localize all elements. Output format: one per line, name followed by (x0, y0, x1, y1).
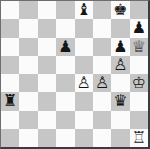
square-a1[interactable] (1, 129, 19, 147)
square-e6[interactable] (75, 38, 93, 56)
square-c4[interactable] (38, 74, 56, 92)
square-a5[interactable] (1, 56, 19, 74)
square-f4[interactable]: ♙ (93, 74, 111, 92)
black-pawn-piece: ♟ (113, 38, 127, 54)
square-g4[interactable] (111, 74, 129, 92)
square-e3[interactable] (75, 92, 93, 110)
white-pawn-piece: ♙ (113, 56, 127, 72)
square-b1[interactable] (19, 129, 37, 147)
square-c1[interactable] (38, 129, 56, 147)
black-pawn-piece: ♟ (58, 38, 72, 54)
black-pawn-piece: ♟ (132, 20, 146, 36)
square-f5[interactable] (93, 56, 111, 74)
square-b4[interactable] (19, 74, 37, 92)
square-g7[interactable] (111, 19, 129, 37)
square-d5[interactable] (56, 56, 74, 74)
square-b2[interactable] (19, 111, 37, 129)
square-d2[interactable] (56, 111, 74, 129)
square-e8[interactable]: ♝ (75, 1, 93, 19)
white-king-piece: ♔ (132, 75, 146, 91)
square-b6[interactable] (19, 38, 37, 56)
square-b7[interactable] (19, 19, 37, 37)
square-g5[interactable]: ♙ (111, 56, 129, 74)
white-rook-piece: ♖ (132, 129, 146, 145)
square-e7[interactable] (75, 19, 93, 37)
square-d6[interactable]: ♟ (56, 38, 74, 56)
chess-diagram: ♝♚♟♟♟♕♙♙♙♔♜♛♖ (0, 0, 150, 149)
square-f2[interactable] (93, 111, 111, 129)
square-g3[interactable]: ♛ (111, 92, 129, 110)
square-h7[interactable]: ♟ (130, 19, 148, 37)
square-f3[interactable] (93, 92, 111, 110)
square-f8[interactable] (93, 1, 111, 19)
white-queen-piece: ♕ (132, 38, 146, 54)
square-a2[interactable] (1, 111, 19, 129)
square-h4[interactable]: ♔ (130, 74, 148, 92)
square-c3[interactable] (38, 92, 56, 110)
square-h2[interactable] (130, 111, 148, 129)
square-f6[interactable] (93, 38, 111, 56)
square-h5[interactable] (130, 56, 148, 74)
square-d8[interactable] (56, 1, 74, 19)
square-g6[interactable]: ♟ (111, 38, 129, 56)
square-e2[interactable] (75, 111, 93, 129)
chess-board: ♝♚♟♟♟♕♙♙♙♔♜♛♖ (0, 0, 150, 149)
square-h3[interactable] (130, 92, 148, 110)
square-b5[interactable] (19, 56, 37, 74)
square-f1[interactable] (93, 129, 111, 147)
square-a6[interactable] (1, 38, 19, 56)
square-b3[interactable] (19, 92, 37, 110)
square-d1[interactable] (56, 129, 74, 147)
square-f7[interactable] (93, 19, 111, 37)
black-queen-piece: ♛ (113, 93, 127, 109)
square-c5[interactable] (38, 56, 56, 74)
square-a4[interactable] (1, 74, 19, 92)
square-c6[interactable] (38, 38, 56, 56)
square-e4[interactable]: ♙ (75, 74, 93, 92)
black-king-piece: ♚ (113, 2, 127, 18)
square-e1[interactable] (75, 129, 93, 147)
black-rook-piece: ♜ (3, 93, 17, 109)
square-e5[interactable] (75, 56, 93, 74)
square-d4[interactable] (56, 74, 74, 92)
square-d3[interactable] (56, 92, 74, 110)
square-g2[interactable] (111, 111, 129, 129)
black-bishop-piece: ♝ (77, 2, 91, 18)
square-h6[interactable]: ♕ (130, 38, 148, 56)
square-h8[interactable] (130, 1, 148, 19)
square-c7[interactable] (38, 19, 56, 37)
white-pawn-piece: ♙ (77, 75, 91, 91)
white-pawn-piece: ♙ (95, 75, 109, 91)
square-c2[interactable] (38, 111, 56, 129)
square-b8[interactable] (19, 1, 37, 19)
square-g1[interactable] (111, 129, 129, 147)
square-a3[interactable]: ♜ (1, 92, 19, 110)
square-g8[interactable]: ♚ (111, 1, 129, 19)
square-c8[interactable] (38, 1, 56, 19)
square-d7[interactable] (56, 19, 74, 37)
square-a7[interactable] (1, 19, 19, 37)
square-h1[interactable]: ♖ (130, 129, 148, 147)
square-a8[interactable] (1, 1, 19, 19)
